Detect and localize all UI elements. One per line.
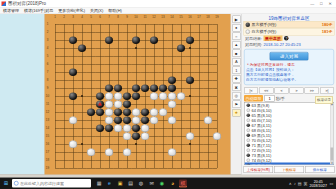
board-cell[interactable] <box>204 108 213 116</box>
board-cell[interactable] <box>186 116 195 124</box>
menu-item[interactable]: 棋谱(169手)对局 <box>24 8 53 14</box>
board-cell[interactable] <box>123 84 132 92</box>
board-cell[interactable] <box>78 68 87 76</box>
board-cell[interactable] <box>60 164 69 172</box>
board-cell[interactable] <box>87 124 96 132</box>
board-cell[interactable] <box>105 156 114 164</box>
board-cell[interactable] <box>213 156 222 164</box>
board-cell[interactable] <box>78 148 87 156</box>
board-cell[interactable] <box>204 124 213 132</box>
board-cell[interactable] <box>195 68 204 76</box>
board-cell[interactable] <box>132 156 141 164</box>
board-cell[interactable] <box>51 20 60 28</box>
board-cell[interactable] <box>51 148 60 156</box>
board-cell[interactable] <box>195 60 204 68</box>
board-cell[interactable] <box>141 44 150 52</box>
board-cell[interactable] <box>186 100 195 108</box>
board-cell[interactable] <box>96 84 105 92</box>
board-cell[interactable] <box>69 84 78 92</box>
board-cell[interactable] <box>69 132 78 140</box>
board-cell[interactable] <box>123 108 132 116</box>
board-cell[interactable] <box>195 148 204 156</box>
tray-icon[interactable]: ∧ <box>289 181 292 186</box>
help-icon[interactable]: ? <box>284 36 289 41</box>
board-cell[interactable] <box>105 60 114 68</box>
board-cell[interactable] <box>132 116 141 124</box>
mail-taskbar-icon[interactable]: ✉ <box>148 179 156 187</box>
board-cell[interactable] <box>141 68 150 76</box>
board-cell[interactable] <box>51 28 60 36</box>
board-cell[interactable] <box>204 60 213 68</box>
board-cell[interactable] <box>186 36 195 44</box>
board-cell[interactable] <box>213 68 222 76</box>
board-cell[interactable] <box>186 108 195 116</box>
board-cell[interactable] <box>123 36 132 44</box>
board-cell[interactable] <box>132 132 141 140</box>
start-button[interactable]: ⊞ <box>2 180 10 187</box>
board-cell[interactable] <box>114 132 123 140</box>
board-cell[interactable] <box>114 140 123 148</box>
board-cell[interactable] <box>150 76 159 84</box>
board-cell[interactable] <box>78 100 87 108</box>
board-cell[interactable] <box>195 140 204 148</box>
board-cell[interactable] <box>78 116 87 124</box>
board-cell[interactable] <box>114 28 123 36</box>
close-button[interactable]: ✕ <box>326 1 335 7</box>
board-cell[interactable] <box>159 52 168 60</box>
board-cell[interactable] <box>123 28 132 36</box>
board-cell[interactable] <box>150 116 159 124</box>
board-cell[interactable] <box>141 84 150 92</box>
board-cell[interactable] <box>213 116 222 124</box>
board-cell[interactable] <box>159 116 168 124</box>
board-cell[interactable] <box>105 132 114 140</box>
board-cell[interactable] <box>204 92 213 100</box>
board-cell[interactable] <box>168 100 177 108</box>
board-cell[interactable] <box>186 156 195 164</box>
board-cell[interactable] <box>51 60 60 68</box>
board-cell[interactable] <box>177 100 186 108</box>
board-cell[interactable] <box>150 36 159 44</box>
board-cell[interactable] <box>123 60 132 68</box>
board-cell[interactable] <box>132 92 141 100</box>
board-cell[interactable] <box>78 60 87 68</box>
board-cell[interactable] <box>141 92 150 100</box>
notification-center-icon[interactable]: ▭ <box>329 181 334 186</box>
board-cell[interactable] <box>159 100 168 108</box>
board-cell[interactable] <box>168 76 177 84</box>
board-cell[interactable] <box>87 132 96 140</box>
board-cell[interactable] <box>132 100 141 108</box>
board-cell[interactable] <box>195 20 204 28</box>
board-cell[interactable] <box>141 108 150 116</box>
board-cell[interactable] <box>105 20 114 28</box>
board-cell[interactable] <box>141 124 150 132</box>
board-cell[interactable] <box>159 148 168 156</box>
board-cell[interactable] <box>69 76 78 84</box>
board-cell[interactable] <box>132 60 141 68</box>
board-cell[interactable] <box>69 156 78 164</box>
board-cell[interactable] <box>105 84 114 92</box>
board-cell[interactable] <box>78 108 87 116</box>
board-cell[interactable] <box>87 156 96 164</box>
board-cell[interactable] <box>213 44 222 52</box>
board-cell[interactable] <box>87 20 96 28</box>
board-cell[interactable] <box>159 92 168 100</box>
pointer-tool-button[interactable]: ▶ <box>232 16 240 24</box>
board-cell[interactable] <box>204 52 213 60</box>
board-cell[interactable] <box>186 20 195 28</box>
board-cell[interactable] <box>150 84 159 92</box>
board-cell[interactable] <box>141 164 150 172</box>
board-cell[interactable] <box>195 100 204 108</box>
board-cell[interactable] <box>132 68 141 76</box>
board-cell[interactable] <box>159 44 168 52</box>
board-cell[interactable] <box>96 164 105 172</box>
board-cell[interactable] <box>105 28 114 36</box>
board-cell[interactable] <box>141 148 150 156</box>
board-cell[interactable] <box>141 28 150 36</box>
maximize-button[interactable]: □ <box>317 1 326 7</box>
board-cell[interactable] <box>123 156 132 164</box>
board-cell[interactable] <box>96 140 105 148</box>
board-cell[interactable] <box>51 76 60 84</box>
erase-tool-button[interactable]: ✖ <box>232 84 240 92</box>
board-cell[interactable] <box>213 20 222 28</box>
browser-taskbar-icon[interactable]: ◕ <box>169 179 177 187</box>
nav-button[interactable]: << <box>259 88 273 94</box>
board-cell[interactable] <box>51 140 60 148</box>
board-cell[interactable] <box>87 140 96 148</box>
board-cell[interactable] <box>78 28 87 36</box>
board-cell[interactable] <box>87 52 96 60</box>
board-cell[interactable] <box>114 68 123 76</box>
board-cell[interactable] <box>78 84 87 92</box>
board-cell[interactable] <box>51 156 60 164</box>
board-cell[interactable] <box>177 156 186 164</box>
board-cell[interactable] <box>186 124 195 132</box>
board-cell[interactable] <box>132 164 141 172</box>
board-cell[interactable] <box>186 140 195 148</box>
kifu-button[interactable]: 上传棋谱(对局) <box>244 166 274 173</box>
board-cell[interactable] <box>150 44 159 52</box>
board-cell[interactable] <box>177 44 186 52</box>
board-cell[interactable] <box>105 100 114 108</box>
nav-button[interactable]: > <box>289 88 303 94</box>
board-cell[interactable] <box>69 148 78 156</box>
board-cell[interactable] <box>213 76 222 84</box>
board-cell[interactable] <box>60 44 69 52</box>
board-cell[interactable] <box>177 124 186 132</box>
board-cell[interactable] <box>96 132 105 140</box>
board-cell[interactable] <box>60 156 69 164</box>
replay-speed-input[interactable]: 1 <box>265 95 275 102</box>
board-cell[interactable] <box>87 116 96 124</box>
board-cell[interactable] <box>168 68 177 76</box>
board-cell[interactable] <box>78 164 87 172</box>
board-cell[interactable] <box>204 36 213 44</box>
board-cell[interactable] <box>132 140 141 148</box>
player-row-black[interactable]: 黑方棋手(9段) 180子 <box>244 21 335 28</box>
board-cell[interactable] <box>204 68 213 76</box>
kifu-button[interactable]: 保存棋谱 <box>305 166 335 173</box>
board-cell[interactable] <box>132 44 141 52</box>
board-cell[interactable] <box>114 20 123 28</box>
board-cell[interactable] <box>186 60 195 68</box>
board-cell[interactable] <box>159 132 168 140</box>
board-cell[interactable] <box>168 44 177 52</box>
board-cell[interactable] <box>132 76 141 84</box>
board-cell[interactable] <box>186 68 195 76</box>
board-cell[interactable] <box>114 116 123 124</box>
board-cell[interactable] <box>141 20 150 28</box>
board-cell[interactable] <box>204 132 213 140</box>
board-cell[interactable] <box>123 132 132 140</box>
board-cell[interactable] <box>177 52 186 60</box>
board-cell[interactable] <box>78 52 87 60</box>
square-mark-tool-button[interactable]: ■ <box>232 50 240 58</box>
board-cell[interactable] <box>60 100 69 108</box>
board-cell[interactable] <box>141 116 150 124</box>
board-cell[interactable] <box>132 108 141 116</box>
board-cell[interactable] <box>96 28 105 36</box>
board-cell[interactable] <box>177 92 186 100</box>
board-cell[interactable] <box>132 36 141 44</box>
board-cell[interactable] <box>78 92 87 100</box>
letter-mark-tool-button[interactable]: A <box>232 58 240 66</box>
nav-button[interactable]: >| <box>320 88 334 94</box>
board-cell[interactable] <box>123 140 132 148</box>
board-cell[interactable] <box>123 164 132 172</box>
board-cell[interactable] <box>168 116 177 124</box>
board-cell[interactable] <box>78 140 87 148</box>
board-cell[interactable] <box>114 108 123 116</box>
board-cell[interactable] <box>87 76 96 84</box>
board-cell[interactable] <box>168 148 177 156</box>
board-cell[interactable] <box>177 140 186 148</box>
board-cell[interactable] <box>78 132 87 140</box>
board-cell[interactable] <box>132 124 141 132</box>
board-cell[interactable] <box>168 20 177 28</box>
board-cell[interactable] <box>114 76 123 84</box>
board-cell[interactable] <box>177 60 186 68</box>
menu-item[interactable]: 关闭(X) <box>90 8 103 14</box>
explorer-taskbar-icon[interactable]: ▣ <box>116 179 124 187</box>
menu-item[interactable]: 棋谱管理 <box>3 8 19 14</box>
board-cell[interactable] <box>105 44 114 52</box>
board-cell[interactable] <box>186 92 195 100</box>
board-cell[interactable] <box>177 132 186 140</box>
board-cell[interactable] <box>159 60 168 68</box>
board-cell[interactable] <box>60 116 69 124</box>
number-mark-tool-button[interactable]: 1 <box>232 67 240 75</box>
board-cell[interactable] <box>51 68 60 76</box>
board-cell[interactable] <box>177 36 186 44</box>
board-cell[interactable] <box>150 108 159 116</box>
board-cell[interactable] <box>159 76 168 84</box>
board-cell[interactable] <box>96 148 105 156</box>
tray-icon[interactable]: ♪ <box>294 181 296 186</box>
board-cell[interactable] <box>150 140 159 148</box>
board-cell[interactable] <box>96 36 105 44</box>
board-cell[interactable] <box>60 68 69 76</box>
board-cell[interactable] <box>168 132 177 140</box>
board-cell[interactable] <box>87 148 96 156</box>
board-cell[interactable] <box>213 36 222 44</box>
board-cell[interactable] <box>69 164 78 172</box>
board-cell[interactable] <box>60 108 69 116</box>
board-cell[interactable] <box>87 60 96 68</box>
board-cell[interactable] <box>213 132 222 140</box>
board-cell[interactable] <box>123 44 132 52</box>
board-cell[interactable] <box>186 84 195 92</box>
board-cell[interactable] <box>213 124 222 132</box>
board-cell[interactable] <box>78 44 87 52</box>
board-cell[interactable] <box>186 28 195 36</box>
board-cell[interactable] <box>105 108 114 116</box>
board-cell[interactable] <box>114 148 123 156</box>
autoreplay-chip[interactable]: 自动回放 <box>244 95 263 102</box>
taskview-taskbar-icon[interactable]: ▦ <box>95 179 103 187</box>
board-cell[interactable] <box>87 164 96 172</box>
board-cell[interactable] <box>177 148 186 156</box>
board-cell[interactable] <box>69 20 78 28</box>
board-cell[interactable] <box>168 164 177 172</box>
board-cell[interactable] <box>195 84 204 92</box>
board-cell[interactable] <box>195 132 204 140</box>
board-cell[interactable] <box>78 76 87 84</box>
board-cell[interactable] <box>114 52 123 60</box>
board-cell[interactable] <box>159 108 168 116</box>
board-cell[interactable] <box>60 60 69 68</box>
board-cell[interactable] <box>123 52 132 60</box>
board-cell[interactable] <box>78 124 87 132</box>
board-cell[interactable] <box>78 36 87 44</box>
board-cell[interactable] <box>150 52 159 60</box>
board-cell[interactable] <box>141 60 150 68</box>
tray-icon[interactable]: 英 <box>303 181 307 187</box>
board-cell[interactable] <box>204 20 213 28</box>
board-cell[interactable] <box>87 92 96 100</box>
board-cell[interactable] <box>69 116 78 124</box>
board-cell[interactable] <box>96 60 105 68</box>
board-cell[interactable] <box>87 36 96 44</box>
board-cell[interactable] <box>132 52 141 60</box>
board-cell[interactable] <box>168 52 177 60</box>
board-cell[interactable] <box>168 36 177 44</box>
board-cell[interactable] <box>123 68 132 76</box>
tray-icon[interactable]: ▤ <box>298 181 302 186</box>
board-cell[interactable] <box>159 156 168 164</box>
board-cell[interactable] <box>168 156 177 164</box>
zoom-tool-button[interactable]: ◎ <box>232 92 240 100</box>
board-cell[interactable] <box>51 36 60 44</box>
wechat-taskbar-icon[interactable]: ◉ <box>158 179 166 187</box>
nav-button[interactable]: < <box>274 88 288 94</box>
board-cell[interactable] <box>168 28 177 36</box>
taskbar-clock[interactable]: 20:45 2018/10/27 <box>309 179 327 187</box>
nav-button[interactable]: |< <box>244 88 258 94</box>
board-cell[interactable] <box>195 52 204 60</box>
board-cell[interactable] <box>195 44 204 52</box>
move-list-item[interactable]: 75 黑(5,10) <box>245 163 334 165</box>
board-cell[interactable] <box>213 92 222 100</box>
board-cell[interactable] <box>87 84 96 92</box>
board-cell[interactable] <box>69 44 78 52</box>
scrollbar-thumb[interactable] <box>331 148 334 161</box>
board-cell[interactable] <box>186 164 195 172</box>
triangle-mark-tool-button[interactable]: ▲ <box>232 41 240 49</box>
board-cell[interactable] <box>51 100 60 108</box>
board-cell[interactable] <box>177 116 186 124</box>
board-cell[interactable] <box>213 84 222 92</box>
board-cell[interactable] <box>60 140 69 148</box>
board-cell[interactable] <box>51 124 60 132</box>
board-cell[interactable] <box>123 124 132 132</box>
white-stone-tool-button[interactable]: ○ <box>232 33 240 41</box>
board-cell[interactable] <box>177 164 186 172</box>
board-cell[interactable] <box>60 36 69 44</box>
board-cell[interactable] <box>186 76 195 84</box>
board-cell[interactable] <box>159 36 168 44</box>
board-cell[interactable] <box>195 36 204 44</box>
board-cell[interactable] <box>213 60 222 68</box>
board-cell[interactable] <box>96 156 105 164</box>
board-cell[interactable] <box>213 28 222 36</box>
board-cell[interactable] <box>186 132 195 140</box>
board-cell[interactable] <box>96 116 105 124</box>
board-cell[interactable] <box>105 68 114 76</box>
board-cell[interactable] <box>96 76 105 84</box>
board-cell[interactable] <box>114 164 123 172</box>
board-cell[interactable] <box>168 140 177 148</box>
board-cell[interactable] <box>141 100 150 108</box>
board-cell[interactable] <box>150 20 159 28</box>
board-cell[interactable] <box>168 84 177 92</box>
board-cell[interactable] <box>123 76 132 84</box>
board-cell[interactable] <box>141 156 150 164</box>
board-cell[interactable] <box>150 124 159 132</box>
move-list-scrollbar[interactable]: ▲ ▼ <box>330 103 334 165</box>
kifu-button[interactable]: 下载棋谱 <box>274 166 304 173</box>
board-cell[interactable] <box>105 148 114 156</box>
board-cell[interactable] <box>204 44 213 52</box>
board-cell[interactable] <box>69 28 78 36</box>
board-cell[interactable] <box>132 148 141 156</box>
go-app-taskbar-icon[interactable]: 棋 <box>179 179 187 187</box>
board-cell[interactable] <box>123 100 132 108</box>
board-cell[interactable] <box>195 156 204 164</box>
board-cell[interactable] <box>60 84 69 92</box>
board-cell[interactable] <box>141 36 150 44</box>
board-cell[interactable] <box>78 20 87 28</box>
board-cell[interactable] <box>114 92 123 100</box>
menu-item[interactable]: 帮助(H) <box>108 8 122 14</box>
board-cell[interactable] <box>96 124 105 132</box>
board-cell[interactable] <box>159 164 168 172</box>
menu-item[interactable]: 更多功能(变化) <box>58 8 85 14</box>
board-cell[interactable] <box>195 164 204 172</box>
photos-taskbar-icon[interactable]: ◍ <box>137 179 145 187</box>
board-cell[interactable] <box>105 76 114 84</box>
board-cell[interactable] <box>51 164 60 172</box>
taskbar-search[interactable]: 在此处键入内容进行搜索 <box>12 179 91 188</box>
board-cell[interactable] <box>51 116 60 124</box>
board-cell[interactable] <box>69 36 78 44</box>
hint-tool-button[interactable]: ★ <box>232 109 240 117</box>
board-cell[interactable] <box>114 124 123 132</box>
board-cell[interactable] <box>204 28 213 36</box>
